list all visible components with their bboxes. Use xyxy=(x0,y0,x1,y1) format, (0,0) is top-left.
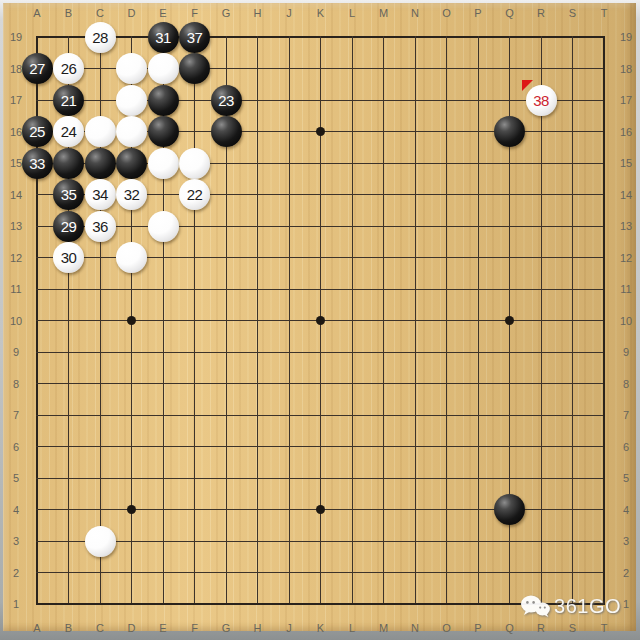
white-stone-F15 xyxy=(179,148,210,179)
coordinate-top: K xyxy=(317,8,324,19)
star-point xyxy=(316,127,325,136)
coordinate-right: 6 xyxy=(623,441,629,452)
coordinate-right: 3 xyxy=(623,536,629,547)
coordinate-right: 12 xyxy=(620,252,632,263)
white-stone-E15 xyxy=(148,148,179,179)
black-stone-Q16 xyxy=(494,116,525,147)
black-stone-A18: 27 xyxy=(22,53,53,84)
coordinate-left: 6 xyxy=(13,441,19,452)
move-number: 21 xyxy=(61,93,77,108)
black-stone-E16 xyxy=(148,116,179,147)
coordinate-bottom: R xyxy=(537,623,545,634)
white-stone-D18 xyxy=(116,53,147,84)
coordinate-left: 2 xyxy=(13,567,19,578)
coordinate-top: R xyxy=(537,8,545,19)
coordinate-right: 17 xyxy=(620,95,632,106)
move-number: 24 xyxy=(61,124,77,139)
move-number: 35 xyxy=(61,187,77,202)
coordinate-left: 9 xyxy=(13,347,19,358)
coordinate-right: 8 xyxy=(623,378,629,389)
move-number: 33 xyxy=(29,156,45,171)
black-stone-G17: 23 xyxy=(211,85,242,116)
move-number: 22 xyxy=(187,187,203,202)
coordinate-right: 14 xyxy=(620,189,632,200)
coordinate-top: F xyxy=(191,8,198,19)
coordinate-bottom: C xyxy=(96,623,104,634)
black-stone-D15 xyxy=(116,148,147,179)
black-stone-E19: 31 xyxy=(148,22,179,53)
coordinate-left: 3 xyxy=(13,536,19,547)
coordinate-bottom: M xyxy=(379,623,388,634)
move-number: 37 xyxy=(187,30,203,45)
coordinate-top: Q xyxy=(505,8,514,19)
coordinate-right: 1 xyxy=(623,599,629,610)
move-number: 38 xyxy=(533,93,549,108)
coordinate-right: 9 xyxy=(623,347,629,358)
black-stone-B17: 21 xyxy=(53,85,84,116)
white-stone-R17: 38 xyxy=(526,85,557,116)
coordinate-right: 11 xyxy=(620,284,631,295)
coordinate-top: B xyxy=(65,8,72,19)
move-number: 25 xyxy=(29,124,45,139)
coordinate-right: 18 xyxy=(620,63,632,74)
black-stone-F18 xyxy=(179,53,210,84)
move-number: 32 xyxy=(124,187,140,202)
white-stone-D14: 32 xyxy=(116,179,147,210)
coordinate-top: O xyxy=(442,8,451,19)
coordinate-top: S xyxy=(569,8,576,19)
coordinate-bottom: A xyxy=(33,623,40,634)
coordinate-left: 4 xyxy=(13,504,19,515)
coordinate-bottom: J xyxy=(286,623,292,634)
black-stone-B15 xyxy=(53,148,84,179)
move-number: 26 xyxy=(61,61,77,76)
coordinate-top: M xyxy=(379,8,388,19)
coordinate-top: P xyxy=(474,8,481,19)
coordinate-bottom: T xyxy=(601,623,608,634)
black-stone-E17 xyxy=(148,85,179,116)
coordinate-left: 1 xyxy=(13,599,19,610)
coordinate-right: 4 xyxy=(623,504,629,515)
wechat-icon xyxy=(520,594,551,618)
white-stone-B16: 24 xyxy=(53,116,84,147)
coordinate-right: 7 xyxy=(623,410,629,421)
white-stone-C14: 34 xyxy=(85,179,116,210)
last-move-marker xyxy=(522,80,533,91)
move-number: 34 xyxy=(92,187,108,202)
coordinate-top: G xyxy=(222,8,231,19)
white-stone-C19: 28 xyxy=(85,22,116,53)
coordinate-bottom: H xyxy=(254,623,262,634)
go-board: 283137272621233825243335343222293630 xyxy=(21,21,620,620)
white-stone-D17 xyxy=(116,85,147,116)
coordinate-right: 16 xyxy=(620,126,632,137)
coordinate-top: C xyxy=(96,8,104,19)
coordinate-bottom: D xyxy=(128,623,136,634)
black-stone-A16: 25 xyxy=(22,116,53,147)
coordinate-right: 2 xyxy=(623,567,629,578)
coordinate-bottom: Q xyxy=(505,623,514,634)
coordinate-bottom: S xyxy=(569,623,576,634)
coordinate-bottom: N xyxy=(411,623,419,634)
star-point xyxy=(505,316,514,325)
coordinate-top: T xyxy=(601,8,608,19)
go-diagram: AABBCCDDEEFFGGHHJJKKLLMMNNOOPPQQRRSSTT19… xyxy=(0,0,640,640)
coordinate-bottom: L xyxy=(349,623,355,634)
coordinate-top: L xyxy=(349,8,355,19)
coordinate-right: 10 xyxy=(620,315,632,326)
watermark-text: 361GO xyxy=(554,595,621,618)
black-stone-Q4 xyxy=(494,494,525,525)
coordinate-bottom: F xyxy=(191,623,198,634)
black-stone-A15: 33 xyxy=(22,148,53,179)
coordinate-top: J xyxy=(286,8,292,19)
move-number: 27 xyxy=(29,61,45,76)
coordinate-bottom: O xyxy=(442,623,451,634)
white-stone-C16 xyxy=(85,116,116,147)
black-stone-C15 xyxy=(85,148,116,179)
coordinate-top: E xyxy=(159,8,166,19)
star-point xyxy=(127,505,136,514)
coordinate-right: 19 xyxy=(620,32,632,43)
star-point xyxy=(316,316,325,325)
white-stone-B18: 26 xyxy=(53,53,84,84)
white-stone-D12 xyxy=(116,242,147,273)
move-number: 23 xyxy=(218,93,234,108)
white-stone-B12: 30 xyxy=(53,242,84,273)
coordinate-bottom: B xyxy=(65,623,72,634)
coordinate-left: 7 xyxy=(13,410,19,421)
star-point xyxy=(127,316,136,325)
move-number: 29 xyxy=(61,219,77,234)
coordinate-bottom: P xyxy=(474,623,481,634)
watermark: 361GO xyxy=(520,594,621,618)
coordinate-bottom: G xyxy=(222,623,231,634)
coordinate-bottom: E xyxy=(159,623,166,634)
coordinate-top: A xyxy=(33,8,40,19)
star-point xyxy=(316,505,325,514)
white-stone-D16 xyxy=(116,116,147,147)
coordinate-left: 11 xyxy=(10,284,21,295)
white-stone-C13: 36 xyxy=(85,211,116,242)
black-stone-B14: 35 xyxy=(53,179,84,210)
white-stone-E13 xyxy=(148,211,179,242)
white-stone-C3 xyxy=(85,526,116,557)
coordinate-bottom: K xyxy=(317,623,324,634)
black-stone-B13: 29 xyxy=(53,211,84,242)
coordinate-left: 5 xyxy=(13,473,19,484)
coordinate-left: 8 xyxy=(13,378,19,389)
move-number: 30 xyxy=(61,250,77,265)
coordinate-top: H xyxy=(254,8,262,19)
coordinate-right: 5 xyxy=(623,473,629,484)
coordinate-top: N xyxy=(411,8,419,19)
black-stone-F19: 37 xyxy=(179,22,210,53)
move-number: 36 xyxy=(92,219,108,234)
move-number: 28 xyxy=(92,30,108,45)
coordinate-right: 15 xyxy=(620,158,632,169)
black-stone-G16 xyxy=(211,116,242,147)
coordinate-right: 13 xyxy=(620,221,632,232)
white-stone-E18 xyxy=(148,53,179,84)
coordinate-top: D xyxy=(128,8,136,19)
move-number: 31 xyxy=(155,30,171,45)
white-stone-F14: 22 xyxy=(179,179,210,210)
